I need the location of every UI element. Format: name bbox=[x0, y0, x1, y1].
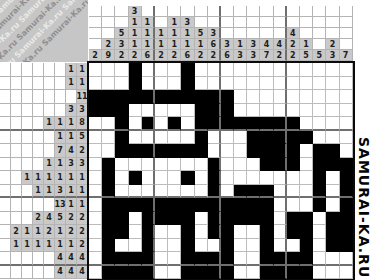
cell[interactable] bbox=[181, 239, 194, 253]
cell[interactable] bbox=[260, 266, 273, 280]
cell[interactable] bbox=[89, 266, 102, 280]
cell[interactable] bbox=[181, 63, 194, 77]
cell[interactable] bbox=[89, 90, 102, 104]
cell[interactable] bbox=[274, 185, 287, 199]
cell[interactable] bbox=[274, 77, 287, 91]
cell[interactable] bbox=[89, 104, 102, 118]
cell[interactable] bbox=[208, 158, 221, 172]
cell[interactable] bbox=[181, 266, 194, 280]
cell[interactable] bbox=[221, 212, 234, 226]
cell[interactable] bbox=[181, 212, 194, 226]
cell[interactable] bbox=[326, 225, 339, 239]
cell[interactable] bbox=[102, 63, 115, 77]
cell[interactable] bbox=[115, 225, 128, 239]
cell[interactable] bbox=[247, 131, 260, 145]
cell[interactable] bbox=[300, 225, 313, 239]
cell[interactable] bbox=[326, 144, 339, 158]
cell[interactable] bbox=[260, 252, 273, 266]
cell[interactable] bbox=[129, 63, 142, 77]
cell[interactable] bbox=[260, 90, 273, 104]
cell[interactable] bbox=[287, 158, 300, 172]
cell[interactable] bbox=[247, 158, 260, 172]
cell[interactable] bbox=[287, 63, 300, 77]
cell[interactable] bbox=[234, 212, 247, 226]
cell[interactable] bbox=[208, 252, 221, 266]
cell[interactable] bbox=[208, 225, 221, 239]
cell[interactable] bbox=[221, 117, 234, 131]
cell[interactable] bbox=[102, 77, 115, 91]
cell[interactable] bbox=[195, 117, 208, 131]
cell[interactable] bbox=[287, 131, 300, 145]
cell[interactable] bbox=[234, 266, 247, 280]
cell[interactable] bbox=[287, 171, 300, 185]
cell[interactable] bbox=[142, 63, 155, 77]
cell[interactable] bbox=[340, 171, 353, 185]
cell[interactable] bbox=[142, 266, 155, 280]
cell[interactable] bbox=[313, 131, 326, 145]
cell[interactable] bbox=[195, 63, 208, 77]
cell[interactable] bbox=[313, 212, 326, 226]
cell[interactable] bbox=[234, 117, 247, 131]
cell[interactable] bbox=[102, 171, 115, 185]
cell[interactable] bbox=[340, 158, 353, 172]
cell[interactable] bbox=[274, 266, 287, 280]
cell[interactable] bbox=[115, 144, 128, 158]
cell[interactable] bbox=[142, 198, 155, 212]
cell[interactable] bbox=[234, 131, 247, 145]
cell[interactable] bbox=[221, 77, 234, 91]
cell[interactable] bbox=[102, 104, 115, 118]
cell[interactable] bbox=[274, 158, 287, 172]
cell[interactable] bbox=[247, 239, 260, 253]
cell[interactable] bbox=[115, 104, 128, 118]
cell[interactable] bbox=[208, 77, 221, 91]
cell[interactable] bbox=[287, 266, 300, 280]
cell[interactable] bbox=[142, 90, 155, 104]
cell[interactable] bbox=[129, 212, 142, 226]
cell[interactable] bbox=[260, 212, 273, 226]
cell[interactable] bbox=[155, 131, 168, 145]
cell[interactable] bbox=[155, 225, 168, 239]
cell[interactable] bbox=[102, 144, 115, 158]
cell[interactable] bbox=[155, 63, 168, 77]
cell[interactable] bbox=[129, 171, 142, 185]
cell[interactable] bbox=[300, 266, 313, 280]
cell[interactable] bbox=[195, 77, 208, 91]
cell[interactable] bbox=[129, 239, 142, 253]
cell[interactable] bbox=[313, 144, 326, 158]
cell[interactable] bbox=[142, 212, 155, 226]
cell[interactable] bbox=[129, 90, 142, 104]
cell[interactable] bbox=[247, 117, 260, 131]
cell[interactable] bbox=[300, 144, 313, 158]
cell[interactable] bbox=[326, 104, 339, 118]
cell[interactable] bbox=[155, 104, 168, 118]
cell[interactable] bbox=[168, 185, 181, 199]
cell[interactable] bbox=[195, 266, 208, 280]
cell[interactable] bbox=[313, 198, 326, 212]
cell[interactable] bbox=[274, 104, 287, 118]
cell[interactable] bbox=[155, 144, 168, 158]
cell[interactable] bbox=[129, 158, 142, 172]
cell[interactable] bbox=[89, 212, 102, 226]
cell[interactable] bbox=[208, 63, 221, 77]
cell[interactable] bbox=[326, 63, 339, 77]
cell[interactable] bbox=[168, 239, 181, 253]
cell[interactable] bbox=[168, 252, 181, 266]
cell[interactable] bbox=[142, 77, 155, 91]
cell[interactable] bbox=[208, 90, 221, 104]
cell[interactable] bbox=[260, 225, 273, 239]
cell[interactable] bbox=[89, 63, 102, 77]
cell[interactable] bbox=[129, 77, 142, 91]
cell[interactable] bbox=[247, 63, 260, 77]
cell[interactable] bbox=[234, 90, 247, 104]
cell[interactable] bbox=[129, 225, 142, 239]
cell[interactable] bbox=[181, 131, 194, 145]
cell[interactable] bbox=[340, 239, 353, 253]
cell[interactable] bbox=[115, 63, 128, 77]
cell[interactable] bbox=[326, 252, 339, 266]
cell[interactable] bbox=[129, 144, 142, 158]
cell[interactable] bbox=[247, 252, 260, 266]
cell[interactable] bbox=[300, 77, 313, 91]
cell[interactable] bbox=[221, 198, 234, 212]
cell[interactable] bbox=[234, 185, 247, 199]
cell[interactable] bbox=[234, 252, 247, 266]
cell[interactable] bbox=[155, 212, 168, 226]
cell[interactable] bbox=[274, 252, 287, 266]
cell[interactable] bbox=[260, 185, 273, 199]
cell[interactable] bbox=[300, 198, 313, 212]
cell[interactable] bbox=[287, 225, 300, 239]
cell[interactable] bbox=[340, 212, 353, 226]
cell[interactable] bbox=[142, 171, 155, 185]
cell[interactable] bbox=[155, 198, 168, 212]
cell[interactable] bbox=[181, 225, 194, 239]
cell[interactable] bbox=[155, 266, 168, 280]
cell[interactable] bbox=[195, 104, 208, 118]
cell[interactable] bbox=[168, 225, 181, 239]
cell[interactable] bbox=[300, 252, 313, 266]
cell[interactable] bbox=[274, 171, 287, 185]
cell[interactable] bbox=[221, 171, 234, 185]
cell[interactable] bbox=[89, 131, 102, 145]
cell[interactable] bbox=[142, 144, 155, 158]
cell[interactable] bbox=[115, 252, 128, 266]
cell[interactable] bbox=[300, 239, 313, 253]
cell[interactable] bbox=[129, 185, 142, 199]
cell[interactable] bbox=[89, 171, 102, 185]
cell[interactable] bbox=[274, 131, 287, 145]
cell[interactable] bbox=[181, 158, 194, 172]
cell[interactable] bbox=[340, 225, 353, 239]
cell[interactable] bbox=[260, 63, 273, 77]
cell[interactable] bbox=[326, 185, 339, 199]
cell[interactable] bbox=[247, 144, 260, 158]
cell[interactable] bbox=[155, 171, 168, 185]
cell[interactable] bbox=[102, 90, 115, 104]
cell[interactable] bbox=[234, 144, 247, 158]
cell[interactable] bbox=[115, 212, 128, 226]
cell[interactable] bbox=[129, 104, 142, 118]
cell[interactable] bbox=[181, 185, 194, 199]
cell[interactable] bbox=[340, 77, 353, 91]
cell[interactable] bbox=[247, 90, 260, 104]
cell[interactable] bbox=[168, 198, 181, 212]
cell[interactable] bbox=[300, 117, 313, 131]
cell[interactable] bbox=[274, 198, 287, 212]
cell[interactable] bbox=[181, 198, 194, 212]
cell[interactable] bbox=[287, 198, 300, 212]
cell[interactable] bbox=[168, 212, 181, 226]
cell[interactable] bbox=[326, 77, 339, 91]
cell[interactable] bbox=[274, 225, 287, 239]
cell[interactable] bbox=[260, 171, 273, 185]
cell[interactable] bbox=[274, 212, 287, 226]
cell[interactable] bbox=[313, 185, 326, 199]
cell[interactable] bbox=[129, 266, 142, 280]
cell[interactable] bbox=[208, 198, 221, 212]
cell[interactable] bbox=[247, 198, 260, 212]
cell[interactable] bbox=[115, 198, 128, 212]
cell[interactable] bbox=[142, 225, 155, 239]
cell[interactable] bbox=[260, 239, 273, 253]
cell[interactable] bbox=[274, 63, 287, 77]
cell[interactable] bbox=[89, 198, 102, 212]
cell[interactable] bbox=[142, 185, 155, 199]
cell[interactable] bbox=[313, 90, 326, 104]
cell[interactable] bbox=[326, 266, 339, 280]
cell[interactable] bbox=[102, 131, 115, 145]
cell[interactable] bbox=[221, 158, 234, 172]
cell[interactable] bbox=[168, 63, 181, 77]
cell[interactable] bbox=[234, 104, 247, 118]
cell[interactable] bbox=[221, 225, 234, 239]
cell[interactable] bbox=[168, 77, 181, 91]
cell[interactable] bbox=[155, 158, 168, 172]
cell[interactable] bbox=[247, 266, 260, 280]
cell[interactable] bbox=[247, 225, 260, 239]
cell[interactable] bbox=[181, 252, 194, 266]
cell[interactable] bbox=[300, 171, 313, 185]
cell[interactable] bbox=[313, 158, 326, 172]
cell[interactable] bbox=[168, 266, 181, 280]
cell[interactable] bbox=[168, 117, 181, 131]
cell[interactable] bbox=[260, 198, 273, 212]
cell[interactable] bbox=[89, 225, 102, 239]
cell[interactable] bbox=[195, 144, 208, 158]
cell[interactable] bbox=[326, 158, 339, 172]
cell[interactable] bbox=[221, 266, 234, 280]
cell[interactable] bbox=[340, 185, 353, 199]
cell[interactable] bbox=[260, 158, 273, 172]
cell[interactable] bbox=[300, 158, 313, 172]
cell[interactable] bbox=[287, 117, 300, 131]
cell[interactable] bbox=[221, 239, 234, 253]
cell[interactable] bbox=[340, 90, 353, 104]
cell[interactable] bbox=[326, 198, 339, 212]
cell[interactable] bbox=[274, 144, 287, 158]
cell[interactable] bbox=[326, 117, 339, 131]
cell[interactable] bbox=[247, 212, 260, 226]
cell[interactable] bbox=[142, 158, 155, 172]
cell[interactable] bbox=[168, 131, 181, 145]
cell[interactable] bbox=[208, 266, 221, 280]
cell[interactable] bbox=[102, 198, 115, 212]
cell[interactable] bbox=[234, 225, 247, 239]
cell[interactable] bbox=[234, 239, 247, 253]
cell[interactable] bbox=[260, 77, 273, 91]
cell[interactable] bbox=[274, 239, 287, 253]
cell[interactable] bbox=[181, 117, 194, 131]
cell[interactable] bbox=[287, 90, 300, 104]
cell[interactable] bbox=[195, 198, 208, 212]
cell[interactable] bbox=[221, 104, 234, 118]
cell[interactable] bbox=[89, 158, 102, 172]
cell[interactable] bbox=[181, 90, 194, 104]
cell[interactable] bbox=[326, 131, 339, 145]
cell[interactable] bbox=[208, 117, 221, 131]
cell[interactable] bbox=[155, 185, 168, 199]
cell[interactable] bbox=[208, 185, 221, 199]
cell[interactable] bbox=[195, 131, 208, 145]
cell[interactable] bbox=[115, 117, 128, 131]
cell[interactable] bbox=[142, 252, 155, 266]
cell[interactable] bbox=[340, 104, 353, 118]
cell[interactable] bbox=[168, 171, 181, 185]
cell[interactable] bbox=[234, 171, 247, 185]
cell[interactable] bbox=[115, 266, 128, 280]
cell[interactable] bbox=[129, 117, 142, 131]
cell[interactable] bbox=[313, 171, 326, 185]
cell[interactable] bbox=[221, 185, 234, 199]
cell[interactable] bbox=[115, 131, 128, 145]
cell[interactable] bbox=[313, 225, 326, 239]
cell[interactable] bbox=[168, 104, 181, 118]
cell[interactable] bbox=[313, 77, 326, 91]
cell[interactable] bbox=[195, 252, 208, 266]
cell[interactable] bbox=[129, 198, 142, 212]
cell[interactable] bbox=[142, 117, 155, 131]
cell[interactable] bbox=[115, 158, 128, 172]
cell[interactable] bbox=[195, 158, 208, 172]
cell[interactable] bbox=[102, 225, 115, 239]
cell[interactable] bbox=[89, 117, 102, 131]
cell[interactable] bbox=[300, 212, 313, 226]
cell[interactable] bbox=[195, 171, 208, 185]
cell[interactable] bbox=[181, 77, 194, 91]
cell[interactable] bbox=[155, 239, 168, 253]
cell[interactable] bbox=[195, 225, 208, 239]
cell[interactable] bbox=[208, 212, 221, 226]
cell[interactable] bbox=[340, 63, 353, 77]
cell[interactable] bbox=[115, 77, 128, 91]
cell[interactable] bbox=[313, 104, 326, 118]
cell[interactable] bbox=[102, 185, 115, 199]
cell[interactable] bbox=[181, 104, 194, 118]
cell[interactable] bbox=[287, 239, 300, 253]
cell[interactable] bbox=[260, 117, 273, 131]
cell[interactable] bbox=[313, 239, 326, 253]
cell[interactable] bbox=[340, 117, 353, 131]
cell[interactable] bbox=[313, 117, 326, 131]
cell[interactable] bbox=[195, 185, 208, 199]
cell[interactable] bbox=[89, 185, 102, 199]
cell[interactable] bbox=[247, 171, 260, 185]
cell[interactable] bbox=[208, 131, 221, 145]
cell[interactable] bbox=[142, 239, 155, 253]
cell[interactable] bbox=[129, 131, 142, 145]
cell[interactable] bbox=[208, 104, 221, 118]
cell[interactable] bbox=[208, 239, 221, 253]
cell[interactable] bbox=[155, 252, 168, 266]
cell[interactable] bbox=[142, 104, 155, 118]
cell[interactable] bbox=[340, 144, 353, 158]
cell[interactable] bbox=[208, 171, 221, 185]
cell[interactable] bbox=[300, 63, 313, 77]
cell[interactable] bbox=[260, 104, 273, 118]
cell[interactable] bbox=[313, 252, 326, 266]
cell[interactable] bbox=[181, 171, 194, 185]
cell[interactable] bbox=[234, 77, 247, 91]
cell[interactable] bbox=[195, 239, 208, 253]
cell[interactable] bbox=[300, 131, 313, 145]
cell[interactable] bbox=[168, 158, 181, 172]
cell[interactable] bbox=[115, 171, 128, 185]
cell[interactable] bbox=[89, 252, 102, 266]
cell[interactable] bbox=[155, 117, 168, 131]
cell[interactable] bbox=[313, 63, 326, 77]
cell[interactable] bbox=[89, 77, 102, 91]
cell[interactable] bbox=[102, 117, 115, 131]
cell[interactable] bbox=[313, 266, 326, 280]
cell[interactable] bbox=[102, 158, 115, 172]
cell[interactable] bbox=[247, 77, 260, 91]
cell[interactable] bbox=[274, 90, 287, 104]
cell[interactable] bbox=[129, 252, 142, 266]
cell[interactable] bbox=[89, 239, 102, 253]
cell[interactable] bbox=[287, 252, 300, 266]
cell[interactable] bbox=[234, 63, 247, 77]
cell[interactable] bbox=[287, 212, 300, 226]
cell[interactable] bbox=[260, 144, 273, 158]
cell[interactable] bbox=[208, 144, 221, 158]
cell[interactable] bbox=[221, 252, 234, 266]
cell[interactable] bbox=[326, 90, 339, 104]
cell[interactable] bbox=[287, 104, 300, 118]
cell[interactable] bbox=[221, 63, 234, 77]
cell[interactable] bbox=[195, 212, 208, 226]
cell[interactable] bbox=[247, 104, 260, 118]
cell[interactable] bbox=[142, 131, 155, 145]
cell[interactable] bbox=[102, 239, 115, 253]
cell[interactable] bbox=[168, 144, 181, 158]
cell[interactable] bbox=[287, 185, 300, 199]
cell[interactable] bbox=[115, 239, 128, 253]
cell[interactable] bbox=[155, 77, 168, 91]
cell[interactable] bbox=[300, 90, 313, 104]
cell[interactable] bbox=[260, 131, 273, 145]
cell[interactable] bbox=[247, 185, 260, 199]
cell[interactable] bbox=[234, 158, 247, 172]
cell[interactable] bbox=[155, 90, 168, 104]
cell[interactable] bbox=[102, 212, 115, 226]
cell[interactable] bbox=[221, 90, 234, 104]
cell[interactable] bbox=[340, 266, 353, 280]
cell[interactable] bbox=[340, 252, 353, 266]
cell[interactable] bbox=[300, 185, 313, 199]
